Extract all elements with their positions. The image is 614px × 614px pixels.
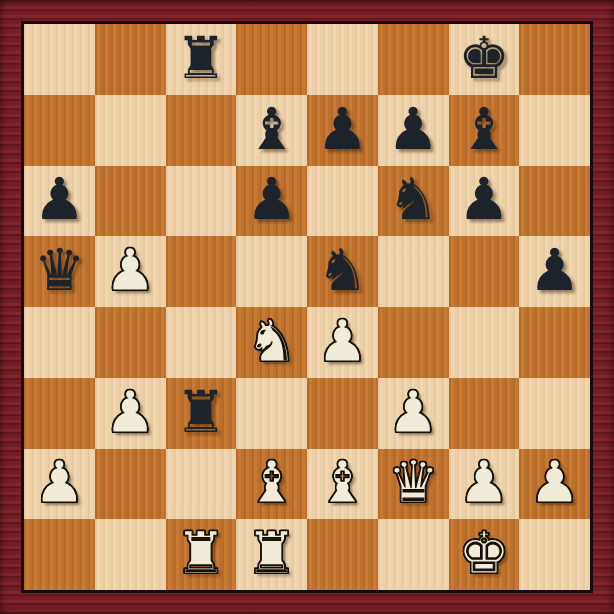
square-h6[interactable] [519, 166, 590, 237]
square-b2[interactable] [95, 449, 166, 520]
square-g4[interactable] [449, 307, 520, 378]
piece-black-knight[interactable]: ♞ [307, 236, 378, 307]
square-a8[interactable] [24, 24, 95, 95]
square-f6[interactable]: ♞ [378, 166, 449, 237]
piece-white-pawn[interactable]: ♟ [378, 378, 449, 449]
square-e5[interactable]: ♞ [307, 236, 378, 307]
piece-black-pawn[interactable]: ♟ [378, 95, 449, 166]
piece-white-rook[interactable]: ♜ [236, 519, 307, 590]
piece-black-pawn[interactable]: ♟ [449, 166, 520, 237]
square-b3[interactable]: ♟ [95, 378, 166, 449]
square-g1[interactable]: ♚ [449, 519, 520, 590]
square-d7[interactable]: ♝ [236, 95, 307, 166]
board-frame: ♜♚♝♟♟♝♟♟♞♟♛♟♞♟♞♟♟♜♟♟♝♝♛♟♟♜♜♚ [0, 0, 614, 614]
square-g3[interactable] [449, 378, 520, 449]
square-e3[interactable] [307, 378, 378, 449]
square-e1[interactable] [307, 519, 378, 590]
square-c4[interactable] [166, 307, 237, 378]
piece-white-king[interactable]: ♚ [449, 519, 520, 590]
piece-black-rook[interactable]: ♜ [166, 24, 237, 95]
square-a2[interactable]: ♟ [24, 449, 95, 520]
square-a5[interactable]: ♛ [24, 236, 95, 307]
square-b1[interactable] [95, 519, 166, 590]
piece-white-pawn[interactable]: ♟ [24, 449, 95, 520]
square-f5[interactable] [378, 236, 449, 307]
square-b4[interactable] [95, 307, 166, 378]
square-a1[interactable] [24, 519, 95, 590]
piece-white-pawn[interactable]: ♟ [519, 449, 590, 520]
square-c6[interactable] [166, 166, 237, 237]
square-b7[interactable] [95, 95, 166, 166]
square-f4[interactable] [378, 307, 449, 378]
square-f8[interactable] [378, 24, 449, 95]
square-c1[interactable]: ♜ [166, 519, 237, 590]
piece-black-king[interactable]: ♚ [449, 24, 520, 95]
square-d8[interactable] [236, 24, 307, 95]
square-d2[interactable]: ♝ [236, 449, 307, 520]
piece-black-pawn[interactable]: ♟ [236, 166, 307, 237]
piece-black-pawn[interactable]: ♟ [519, 236, 590, 307]
square-g2[interactable]: ♟ [449, 449, 520, 520]
square-h4[interactable] [519, 307, 590, 378]
piece-black-queen[interactable]: ♛ [24, 236, 95, 307]
square-e4[interactable]: ♟ [307, 307, 378, 378]
square-h5[interactable]: ♟ [519, 236, 590, 307]
piece-white-bishop[interactable]: ♝ [236, 449, 307, 520]
piece-black-bishop[interactable]: ♝ [449, 95, 520, 166]
piece-black-pawn[interactable]: ♟ [307, 95, 378, 166]
square-d3[interactable] [236, 378, 307, 449]
square-c8[interactable]: ♜ [166, 24, 237, 95]
square-g8[interactable]: ♚ [449, 24, 520, 95]
piece-white-rook[interactable]: ♜ [166, 519, 237, 590]
piece-black-knight[interactable]: ♞ [378, 166, 449, 237]
piece-white-pawn[interactable]: ♟ [95, 236, 166, 307]
square-d1[interactable]: ♜ [236, 519, 307, 590]
square-e7[interactable]: ♟ [307, 95, 378, 166]
square-c2[interactable] [166, 449, 237, 520]
square-h8[interactable] [519, 24, 590, 95]
square-e8[interactable] [307, 24, 378, 95]
square-f2[interactable]: ♛ [378, 449, 449, 520]
piece-black-rook[interactable]: ♜ [166, 378, 237, 449]
square-b6[interactable] [95, 166, 166, 237]
square-b8[interactable] [95, 24, 166, 95]
piece-white-bishop[interactable]: ♝ [307, 449, 378, 520]
square-h7[interactable] [519, 95, 590, 166]
square-f3[interactable]: ♟ [378, 378, 449, 449]
piece-white-knight[interactable]: ♞ [236, 307, 307, 378]
square-e2[interactable]: ♝ [307, 449, 378, 520]
piece-white-queen[interactable]: ♛ [378, 449, 449, 520]
square-c5[interactable] [166, 236, 237, 307]
square-h2[interactable]: ♟ [519, 449, 590, 520]
square-f1[interactable] [378, 519, 449, 590]
square-g7[interactable]: ♝ [449, 95, 520, 166]
chess-board: ♜♚♝♟♟♝♟♟♞♟♛♟♞♟♞♟♟♜♟♟♝♝♛♟♟♜♜♚ [21, 21, 593, 593]
square-e6[interactable] [307, 166, 378, 237]
square-a6[interactable]: ♟ [24, 166, 95, 237]
square-h3[interactable] [519, 378, 590, 449]
square-c7[interactable] [166, 95, 237, 166]
square-a4[interactable] [24, 307, 95, 378]
square-a3[interactable] [24, 378, 95, 449]
square-a7[interactable] [24, 95, 95, 166]
piece-white-pawn[interactable]: ♟ [449, 449, 520, 520]
square-f7[interactable]: ♟ [378, 95, 449, 166]
piece-white-pawn[interactable]: ♟ [307, 307, 378, 378]
square-g5[interactable] [449, 236, 520, 307]
square-b5[interactable]: ♟ [95, 236, 166, 307]
square-g6[interactable]: ♟ [449, 166, 520, 237]
piece-black-pawn[interactable]: ♟ [24, 166, 95, 237]
piece-black-bishop[interactable]: ♝ [236, 95, 307, 166]
square-d5[interactable] [236, 236, 307, 307]
square-d6[interactable]: ♟ [236, 166, 307, 237]
square-c3[interactable]: ♜ [166, 378, 237, 449]
piece-white-pawn[interactable]: ♟ [95, 378, 166, 449]
square-d4[interactable]: ♞ [236, 307, 307, 378]
square-h1[interactable] [519, 519, 590, 590]
